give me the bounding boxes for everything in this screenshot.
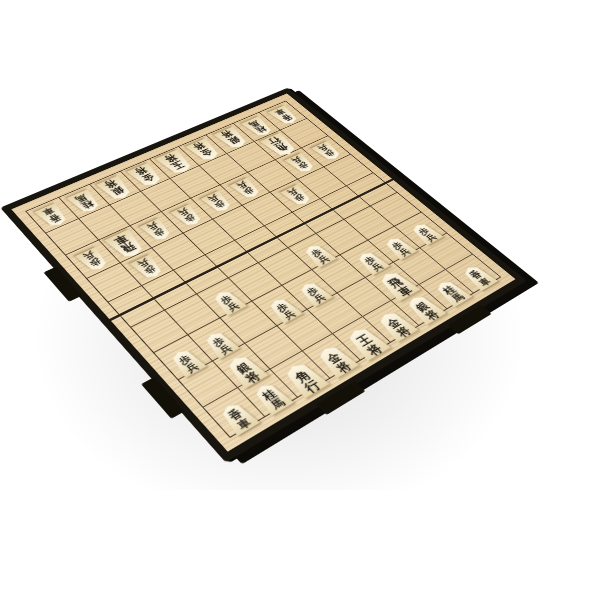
kanji-char: 車 xyxy=(235,417,253,432)
kanji-char: 将 xyxy=(423,308,441,321)
kanji-char: 車 xyxy=(477,276,493,287)
kanji-char: 馬 xyxy=(450,292,467,304)
kanji-char: 将 xyxy=(334,360,353,375)
kanji-char: 将 xyxy=(364,342,384,357)
kanji-char: 馬 xyxy=(72,192,88,203)
kanji-char: 馬 xyxy=(269,397,288,412)
photo-stage: 香車桂馬銀将金将玉将金将銀将桂馬香車角行歩兵飛車歩兵歩兵歩兵歩兵歩兵歩兵歩兵歩兵… xyxy=(0,0,600,600)
kanji-char: 馬 xyxy=(246,118,261,127)
kanji-char: 行 xyxy=(302,378,323,394)
kanji-char: 将 xyxy=(394,325,412,339)
